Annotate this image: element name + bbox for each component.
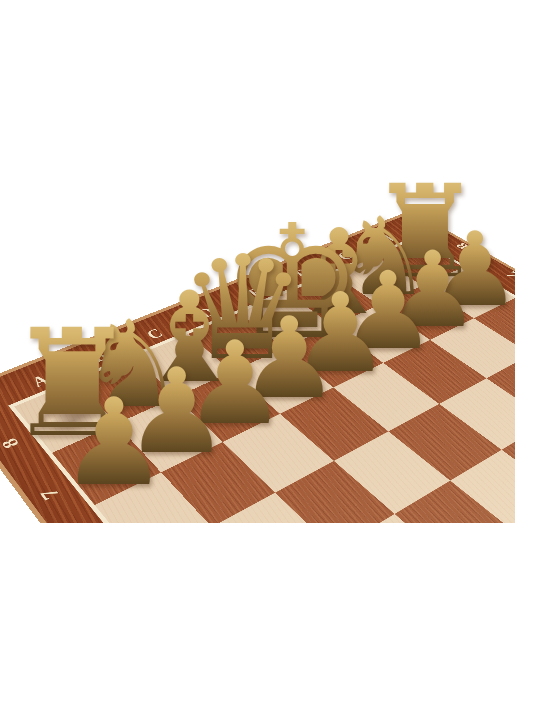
square-h5 [531,332,540,394]
rank-label-left-6: 6 [54,514,137,594]
board-grid [14,239,540,720]
perspective-scene: AABBCCDDEEFFGGHH8877665544332211 [28,208,297,565]
rank-label-glyph-7: 7 [502,269,523,280]
square-b3 [335,615,480,720]
square-c2 [480,643,540,720]
rank-label-glyph-8: 8 [0,435,24,452]
square-a4 [198,589,335,710]
square-a3 [262,660,412,720]
square-b4 [269,550,402,660]
rank-label-glyph-7: 7 [34,485,64,504]
rank-label-glyph-6: 6 [78,541,110,563]
square-a5 [143,527,269,632]
rank-label-glyph-8: 8 [452,241,472,251]
rank-label-glyph-4: 4 [186,679,222,708]
product-photo: AABBCCDDEEFFGGHH8877665544332211 ♜♞♟♝♟♚♟… [0,0,540,720]
square-e3 [520,501,540,599]
square-d3 [464,536,540,643]
rank-label-left-4: 4 [155,643,256,720]
chess-board: AABBCCDDEEFFGGHH8877665544332211 [0,210,540,720]
rank-label-right-6: 6 [530,285,540,328]
square-c4 [335,514,464,615]
square-c3 [402,574,540,690]
square-b2 [412,691,540,720]
rank-label-glyph-5: 5 [128,605,162,630]
camera-calibration-layer: AABBCCDDEEFFGGHH8877665544332211 [28,208,297,565]
rank-label-left-5: 5 [101,574,192,665]
